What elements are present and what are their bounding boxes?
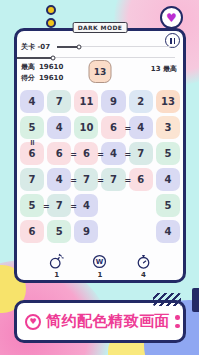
empty-cell-r5c4	[101, 194, 125, 217]
tile-r3c4[interactable]: 4=	[101, 142, 125, 165]
tile-r1c1[interactable]: 4	[20, 90, 44, 113]
banner-text: 简约配色精致画面	[46, 312, 170, 331]
tile-r1c6[interactable]: 13	[156, 90, 180, 113]
level-label: 关卡 -07	[21, 42, 57, 52]
tile-r4c1[interactable]: 7	[20, 168, 44, 191]
tile-r2c6[interactable]: 3	[156, 116, 180, 139]
tile-r3c2[interactable]: 6=	[47, 142, 71, 165]
wand-count: 1	[98, 271, 103, 279]
best-value: 19610	[39, 63, 63, 71]
decor-dot-yellow-2	[46, 18, 56, 28]
tile-r4c6[interactable]: 4	[156, 168, 180, 191]
best-score-row: 最高19610	[21, 62, 63, 73]
tile-r4c4[interactable]: 7=	[101, 168, 125, 191]
promo-banner: ♥ 简约配色精致画面	[14, 300, 186, 343]
link-horizontal: =	[124, 175, 131, 184]
empty-cell-r5c5	[129, 194, 153, 217]
heart-icon: ♥	[166, 12, 177, 24]
next-tile-preview: 13	[89, 60, 112, 83]
best-label: 最高	[21, 63, 35, 71]
link-horizontal: =	[97, 149, 104, 158]
max-tile-label: 最高	[163, 65, 177, 73]
decor-dot-yellow-1	[46, 5, 56, 15]
bomb-icon	[48, 253, 65, 270]
score-row: 得分19610	[21, 73, 63, 84]
stopwatch-icon	[135, 253, 152, 270]
heart-icon: ♥	[29, 318, 36, 326]
tile-r6c1[interactable]: 6	[20, 220, 44, 243]
link-horizontal: =	[70, 175, 77, 184]
tile-r2c3[interactable]: 10	[74, 116, 98, 139]
link-horizontal: =	[70, 201, 77, 210]
max-tile-value: 13	[151, 65, 161, 73]
tile-r6c6[interactable]: 4	[156, 220, 180, 243]
tile-r5c3[interactable]: 4	[74, 194, 98, 217]
tile-r1c2[interactable]: 7	[47, 90, 71, 113]
link-horizontal: =	[124, 123, 131, 132]
banner-dots-decor	[175, 315, 180, 328]
level-progress-knob[interactable]	[77, 44, 82, 49]
dark-mode-button[interactable]: DARK MODE	[73, 22, 128, 33]
tile-r2c5[interactable]: 4	[129, 116, 153, 139]
favorite-button[interactable]: ♥	[160, 6, 183, 29]
tile-r1c3[interactable]: 11	[74, 90, 98, 113]
tools-row: 1 W 1 4	[35, 253, 165, 279]
tile-r2c4[interactable]: 6=	[101, 116, 125, 139]
tile-r6c2[interactable]: 5	[47, 220, 71, 243]
exp-progress-fill	[17, 57, 53, 59]
link-horizontal: =	[70, 149, 77, 158]
diagonal-stripes-decor	[153, 293, 181, 306]
empty-cell-r6c5	[129, 220, 153, 243]
exp-progress-slider[interactable]	[17, 57, 175, 58]
svg-text:W: W	[96, 258, 104, 266]
navy-edge-decor	[192, 288, 199, 312]
tile-r3c6[interactable]: 5	[156, 142, 180, 165]
link-vertical: =	[28, 139, 37, 146]
link-horizontal: =	[97, 175, 104, 184]
tile-r5c6[interactable]: 5	[156, 194, 180, 217]
link-horizontal: =	[43, 201, 50, 210]
tile-r2c2[interactable]: 4	[47, 116, 71, 139]
bomb-tool[interactable]: 1	[48, 253, 65, 279]
tile-r5c2[interactable]: 7=	[47, 194, 71, 217]
tile-r5c1[interactable]: 5=	[20, 194, 44, 217]
tile-r2c1[interactable]: 5=	[20, 116, 44, 139]
banner-heart-badge: ♥	[25, 314, 41, 330]
score-label: 得分	[21, 74, 35, 82]
link-horizontal: =	[124, 149, 131, 158]
tile-r6c3[interactable]: 9	[74, 220, 98, 243]
score-block: 最高19610 得分19610	[21, 62, 63, 84]
tile-r1c4[interactable]: 9	[101, 90, 125, 113]
timer-tool[interactable]: 4	[135, 253, 152, 279]
max-tile-indicator: 13 最高	[151, 64, 177, 74]
tile-r4c3[interactable]: 7=	[74, 168, 98, 191]
level-progress-row: 关卡 -07	[21, 42, 175, 51]
timer-count: 4	[141, 271, 146, 279]
empty-cell-r6c4	[101, 220, 125, 243]
board-grid: 471192135=4106=4366=6=4=7574=7=7=645=7=4…	[20, 90, 180, 243]
w-circle-icon: W	[91, 253, 108, 270]
bomb-count: 1	[54, 271, 59, 279]
level-progress-slider[interactable]	[57, 46, 175, 47]
tile-r3c5[interactable]: 7	[129, 142, 153, 165]
tile-r4c5[interactable]: 6	[129, 168, 153, 191]
score-value: 19610	[39, 74, 63, 82]
tile-r3c3[interactable]: 6=	[74, 142, 98, 165]
game-panel: DARK MODE 关卡 -07 最高19610 得分19610 13 13 最…	[14, 28, 186, 283]
wand-tool[interactable]: W 1	[91, 253, 108, 279]
exp-progress-knob[interactable]	[51, 55, 56, 60]
tile-r4c2[interactable]: 4=	[47, 168, 71, 191]
tile-r1c5[interactable]: 2	[129, 90, 153, 113]
